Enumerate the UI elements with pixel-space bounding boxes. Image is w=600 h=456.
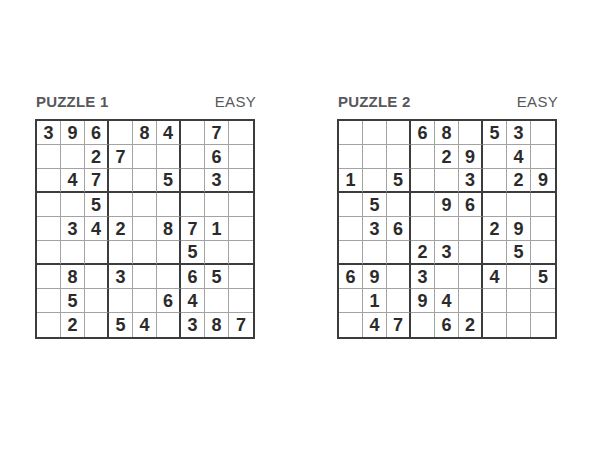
cell-r7c6-empty bbox=[459, 265, 483, 289]
cell-r6c9-empty bbox=[531, 241, 555, 265]
cell-r7c9-given: 5 bbox=[531, 265, 555, 289]
cell-r3c9-given: 9 bbox=[531, 169, 555, 193]
cell-r9c9-given: 7 bbox=[229, 313, 253, 337]
puzzle-1-title: PUZZLE 1 bbox=[36, 93, 108, 110]
cell-r8c9-empty bbox=[229, 289, 253, 313]
cell-r1c1-empty bbox=[339, 121, 363, 145]
cell-r4c5-empty bbox=[133, 193, 157, 217]
cell-r5c6-given: 8 bbox=[157, 217, 181, 241]
cell-r1c6-empty bbox=[459, 121, 483, 145]
cell-r4c8-empty bbox=[205, 193, 229, 217]
cell-r8c1-empty bbox=[339, 289, 363, 313]
cell-r6c7-given: 5 bbox=[181, 241, 205, 265]
cell-r9c3-empty bbox=[85, 313, 109, 337]
cell-r4c1-empty bbox=[37, 193, 61, 217]
cell-r6c1-empty bbox=[339, 241, 363, 265]
cell-r3c6-given: 3 bbox=[459, 169, 483, 193]
cell-r9c2-given: 4 bbox=[363, 313, 387, 337]
cell-r7c2-given: 9 bbox=[363, 265, 387, 289]
cell-r7c5-empty bbox=[133, 265, 157, 289]
cell-r3c5-empty bbox=[435, 169, 459, 193]
cell-r7c4-given: 3 bbox=[411, 265, 435, 289]
cell-r7c2-given: 8 bbox=[61, 265, 85, 289]
cell-r2c2-empty bbox=[61, 145, 85, 169]
cell-r7c1-empty bbox=[37, 265, 61, 289]
cell-r6c7-empty bbox=[483, 241, 507, 265]
cell-r1c4-given: 6 bbox=[411, 121, 435, 145]
cell-r9c7-empty bbox=[483, 313, 507, 337]
cell-r9c2-given: 2 bbox=[61, 313, 85, 337]
cell-r3c5-empty bbox=[133, 169, 157, 193]
cell-r2c3-given: 2 bbox=[85, 145, 109, 169]
page: PUZZLE 1 EASY 39684727647535342871583655… bbox=[0, 0, 600, 456]
cell-r2c8-given: 6 bbox=[205, 145, 229, 169]
cell-r8c2-given: 5 bbox=[61, 289, 85, 313]
cell-r6c5-given: 3 bbox=[435, 241, 459, 265]
cell-r6c8-given: 5 bbox=[507, 241, 531, 265]
cell-r8c1-empty bbox=[37, 289, 61, 313]
cell-r5c5-empty bbox=[435, 217, 459, 241]
cell-r5c3-given: 6 bbox=[387, 217, 411, 241]
cell-r5c8-given: 1 bbox=[205, 217, 229, 241]
cell-r7c3-empty bbox=[387, 265, 411, 289]
cell-r3c2-given: 4 bbox=[61, 169, 85, 193]
cell-r3c9-empty bbox=[229, 169, 253, 193]
cell-r5c4-given: 2 bbox=[109, 217, 133, 241]
cell-r8c5-given: 4 bbox=[435, 289, 459, 313]
cell-r6c6-empty bbox=[157, 241, 181, 265]
cell-r6c6-empty bbox=[459, 241, 483, 265]
cell-r7c5-empty bbox=[435, 265, 459, 289]
cell-r4c2-given: 5 bbox=[363, 193, 387, 217]
cell-r9c6-empty bbox=[157, 313, 181, 337]
cell-r7c6-empty bbox=[157, 265, 181, 289]
cell-r7c9-empty bbox=[229, 265, 253, 289]
cell-r1c6-given: 4 bbox=[157, 121, 181, 145]
cell-r8c8-empty bbox=[205, 289, 229, 313]
puzzle-2: PUZZLE 2 EASY 68532941532959636292356934… bbox=[337, 93, 559, 339]
cell-r1c2-given: 9 bbox=[61, 121, 85, 145]
cell-r5c9-empty bbox=[531, 217, 555, 241]
cell-r7c8-empty bbox=[507, 265, 531, 289]
cell-r4c3-empty bbox=[387, 193, 411, 217]
cell-r4c3-given: 5 bbox=[85, 193, 109, 217]
cell-r7c8-given: 5 bbox=[205, 265, 229, 289]
puzzle-1-difficulty-badge: EASY bbox=[215, 93, 256, 110]
cell-r4c1-empty bbox=[339, 193, 363, 217]
cell-r1c5-given: 8 bbox=[133, 121, 157, 145]
cell-r9c1-empty bbox=[37, 313, 61, 337]
cell-r6c1-empty bbox=[37, 241, 61, 265]
cell-r6c2-empty bbox=[61, 241, 85, 265]
cell-r1c7-given: 5 bbox=[483, 121, 507, 145]
cell-r5c4-empty bbox=[411, 217, 435, 241]
cell-r1c8-given: 7 bbox=[205, 121, 229, 145]
cell-r5c6-empty bbox=[459, 217, 483, 241]
cell-r4c8-empty bbox=[507, 193, 531, 217]
cell-r4c9-empty bbox=[531, 193, 555, 217]
cell-r2c7-empty bbox=[483, 145, 507, 169]
cell-r2c8-given: 4 bbox=[507, 145, 531, 169]
cell-r5c9-empty bbox=[229, 217, 253, 241]
cell-r5c1-empty bbox=[37, 217, 61, 241]
cell-r3c1-given: 1 bbox=[339, 169, 363, 193]
cell-r2c5-given: 2 bbox=[435, 145, 459, 169]
cell-r9c3-given: 7 bbox=[387, 313, 411, 337]
cell-r1c3-empty bbox=[387, 121, 411, 145]
cell-r8c7-given: 4 bbox=[181, 289, 205, 313]
cell-r3c2-empty bbox=[363, 169, 387, 193]
cell-r2c3-empty bbox=[387, 145, 411, 169]
cell-r9c5-given: 6 bbox=[435, 313, 459, 337]
cell-r3c4-empty bbox=[411, 169, 435, 193]
cell-r5c7-given: 2 bbox=[483, 217, 507, 241]
cell-r8c9-empty bbox=[531, 289, 555, 313]
cell-r4c2-empty bbox=[61, 193, 85, 217]
cell-r5c5-empty bbox=[133, 217, 157, 241]
cell-r1c5-given: 8 bbox=[435, 121, 459, 145]
cell-r9c9-empty bbox=[531, 313, 555, 337]
cell-r9c6-given: 2 bbox=[459, 313, 483, 337]
cell-r9c8-empty bbox=[507, 313, 531, 337]
cell-r2c6-empty bbox=[157, 145, 181, 169]
cell-r1c8-given: 3 bbox=[507, 121, 531, 145]
cell-r2c9-empty bbox=[531, 145, 555, 169]
cell-r2c4-empty bbox=[411, 145, 435, 169]
cell-r4c7-empty bbox=[483, 193, 507, 217]
cell-r9c1-empty bbox=[339, 313, 363, 337]
cell-r5c2-given: 3 bbox=[363, 217, 387, 241]
cell-r8c3-empty bbox=[387, 289, 411, 313]
cell-r6c4-empty bbox=[109, 241, 133, 265]
cell-r9c4-given: 5 bbox=[109, 313, 133, 337]
cell-r1c2-empty bbox=[363, 121, 387, 145]
puzzle-2-title: PUZZLE 2 bbox=[338, 93, 410, 110]
cell-r4c6-empty bbox=[157, 193, 181, 217]
cell-r8c8-empty bbox=[507, 289, 531, 313]
cell-r4c4-empty bbox=[109, 193, 133, 217]
cell-r2c4-given: 7 bbox=[109, 145, 133, 169]
cell-r2c6-given: 9 bbox=[459, 145, 483, 169]
cell-r4c6-given: 6 bbox=[459, 193, 483, 217]
cell-r3c4-empty bbox=[109, 169, 133, 193]
cell-r8c4-empty bbox=[109, 289, 133, 313]
cell-r3c3-given: 7 bbox=[85, 169, 109, 193]
cell-r3c7-empty bbox=[181, 169, 205, 193]
cell-r8c5-empty bbox=[133, 289, 157, 313]
puzzle-1-header: PUZZLE 1 EASY bbox=[35, 93, 257, 110]
cell-r3c1-empty bbox=[37, 169, 61, 193]
cell-r6c9-empty bbox=[229, 241, 253, 265]
cell-r2c2-empty bbox=[363, 145, 387, 169]
cell-r7c7-given: 4 bbox=[483, 265, 507, 289]
cell-r2c1-empty bbox=[339, 145, 363, 169]
cell-r6c3-empty bbox=[387, 241, 411, 265]
cell-r6c5-empty bbox=[133, 241, 157, 265]
puzzle-1: PUZZLE 1 EASY 39684727647535342871583655… bbox=[35, 93, 257, 339]
cell-r1c9-empty bbox=[229, 121, 253, 145]
cell-r3c8-given: 3 bbox=[205, 169, 229, 193]
cell-r5c3-given: 4 bbox=[85, 217, 109, 241]
cell-r6c3-empty bbox=[85, 241, 109, 265]
cell-r5c2-given: 3 bbox=[61, 217, 85, 241]
cell-r8c6-empty bbox=[459, 289, 483, 313]
cell-r8c7-empty bbox=[483, 289, 507, 313]
cell-r2c9-empty bbox=[229, 145, 253, 169]
sudoku-grid-1: 3968472764753534287158365564254387 bbox=[35, 119, 255, 339]
cell-r5c8-given: 9 bbox=[507, 217, 531, 241]
cell-r7c7-given: 6 bbox=[181, 265, 205, 289]
cell-r6c2-empty bbox=[363, 241, 387, 265]
cell-r7c1-given: 6 bbox=[339, 265, 363, 289]
cell-r7c3-empty bbox=[85, 265, 109, 289]
cell-r3c8-given: 2 bbox=[507, 169, 531, 193]
cell-r7c4-given: 3 bbox=[109, 265, 133, 289]
cell-r8c3-empty bbox=[85, 289, 109, 313]
cell-r8c4-given: 9 bbox=[411, 289, 435, 313]
cell-r1c7-empty bbox=[181, 121, 205, 145]
sudoku-grid-2: 6853294153295963629235693451944762 bbox=[337, 119, 557, 339]
cell-r9c4-empty bbox=[411, 313, 435, 337]
cell-r5c1-empty bbox=[339, 217, 363, 241]
cell-r1c9-empty bbox=[531, 121, 555, 145]
cell-r8c2-given: 1 bbox=[363, 289, 387, 313]
cell-r8c6-given: 6 bbox=[157, 289, 181, 313]
cell-r4c5-given: 9 bbox=[435, 193, 459, 217]
cell-r9c5-given: 4 bbox=[133, 313, 157, 337]
cell-r9c7-given: 3 bbox=[181, 313, 205, 337]
cell-r2c5-empty bbox=[133, 145, 157, 169]
puzzle-2-header: PUZZLE 2 EASY bbox=[337, 93, 559, 110]
cell-r3c3-given: 5 bbox=[387, 169, 411, 193]
cell-r3c6-given: 5 bbox=[157, 169, 181, 193]
cell-r6c4-given: 2 bbox=[411, 241, 435, 265]
cell-r9c8-given: 8 bbox=[205, 313, 229, 337]
cell-r1c1-given: 3 bbox=[37, 121, 61, 145]
cell-r6c8-empty bbox=[205, 241, 229, 265]
cell-r4c9-empty bbox=[229, 193, 253, 217]
cell-r5c7-given: 7 bbox=[181, 217, 205, 241]
cell-r1c4-empty bbox=[109, 121, 133, 145]
cell-r2c1-empty bbox=[37, 145, 61, 169]
puzzle-2-difficulty-badge: EASY bbox=[517, 93, 558, 110]
cell-r3c7-empty bbox=[483, 169, 507, 193]
cell-r4c7-empty bbox=[181, 193, 205, 217]
cell-r2c7-empty bbox=[181, 145, 205, 169]
cell-r4c4-empty bbox=[411, 193, 435, 217]
cell-r1c3-given: 6 bbox=[85, 121, 109, 145]
